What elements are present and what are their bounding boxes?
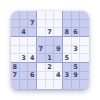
cell-r9c4-empty [37,80,46,89]
cell-r8c5-empty [46,72,55,81]
cell-r4c9-empty [80,37,89,46]
cell-r2c3-given-7: 7 [28,20,37,29]
cell-r9c6-empty [54,80,63,89]
cell-r3c2-given-4: 4 [20,28,29,37]
cell-r7c5-given-2: 2 [46,63,55,72]
cell-r6c8-empty [72,54,81,63]
cell-r2c1-empty [11,20,20,29]
cell-r1c6-empty [54,11,63,20]
cell-r4c1-empty [11,37,20,46]
cell-r9c3-empty [28,80,37,89]
cell-r4c3-empty [28,37,37,46]
cell-r3c1-empty [11,28,20,37]
cell-r6c3-given-4: 4 [28,54,37,63]
cell-r3c3-empty [28,28,37,37]
cell-r7c4-empty [37,63,46,72]
cell-r1c9-empty [80,11,89,20]
cell-r4c7-empty [63,37,72,46]
cell-r3c9-empty [80,28,89,37]
cell-r3c6-empty [54,28,63,37]
cell-r5c9-empty [80,46,89,55]
cell-r2c6-empty [54,20,63,29]
cell-r5c6-given-9: 9 [54,46,63,55]
cell-r9c2-empty [20,80,29,89]
cell-r3c8-given-6: 6 [72,28,81,37]
cell-r9c7-empty [63,80,72,89]
cell-r6c4-empty [37,54,46,63]
cell-r5c1-empty [11,46,20,55]
cell-r6c5-given-1: 1 [46,54,55,63]
sudoku-app-icon[interactable]: 74786793341582576439 [0,0,100,100]
cell-r3c5-given-7: 7 [46,28,55,37]
cell-r2c4-empty [37,20,46,29]
cell-r5c4-given-7: 7 [37,46,46,55]
cell-r3c4-empty [37,28,46,37]
cell-r6c1-empty [11,54,20,63]
cell-r5c8-given-3: 3 [72,46,81,55]
cell-r8c4-empty [37,72,46,81]
cell-r1c1-empty [11,11,20,20]
cell-r8c9-empty [80,72,89,81]
cell-r9c9-empty [80,80,89,89]
cell-r8c7-given-3: 3 [63,72,72,81]
cell-r8c8-given-9: 9 [72,72,81,81]
cell-r1c7-empty [63,11,72,20]
cell-r1c4-empty [37,11,46,20]
cell-r8c1-given-7: 7 [11,72,20,81]
cell-r6c7-given-5: 5 [63,54,72,63]
cell-r4c5-empty [46,37,55,46]
sudoku-board: 74786793341582576439 [11,11,89,89]
cell-r4c2-empty [20,37,29,46]
cell-r6c9-empty [80,54,89,63]
cell-r9c1-empty [11,80,20,89]
cell-r6c6-empty [54,54,63,63]
cell-r9c5-empty [46,80,55,89]
cell-r7c2-empty [20,63,29,72]
cell-r9c8-empty [72,80,81,89]
cell-r8c6-given-4: 4 [54,72,63,81]
cell-r8c3-given-6: 6 [28,72,37,81]
cell-r1c5-empty [46,11,55,20]
cell-r1c2-empty [20,11,29,20]
cell-r3c7-given-8: 8 [63,28,72,37]
cell-r2c9-empty [80,20,89,29]
cell-r6c2-given-3: 3 [20,54,29,63]
cell-r1c8-empty [72,11,81,20]
cell-r8c2-empty [20,72,29,81]
cell-r7c9-empty [80,63,89,72]
